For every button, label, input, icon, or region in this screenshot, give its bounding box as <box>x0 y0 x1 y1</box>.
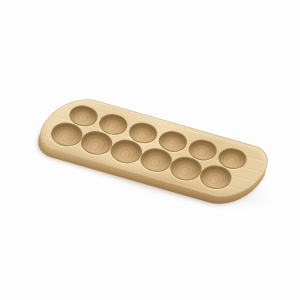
photo-background <box>0 0 300 300</box>
pit-grid <box>44 103 249 189</box>
